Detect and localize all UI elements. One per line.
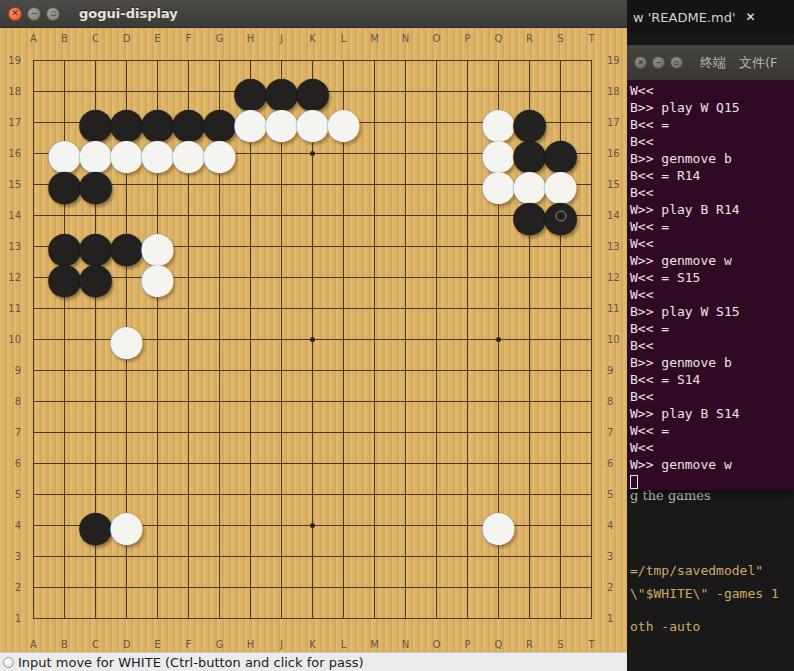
board-cell[interactable] [49, 355, 80, 386]
board-cell[interactable] [266, 572, 297, 603]
board-cell[interactable] [452, 603, 483, 634]
board-cell[interactable] [421, 45, 452, 76]
board-cell[interactable] [545, 76, 576, 107]
board-cell[interactable] [80, 45, 111, 76]
board-cell[interactable] [235, 603, 266, 634]
board-cell[interactable] [390, 231, 421, 262]
board-cell[interactable]: ● [328, 107, 359, 138]
board-cell[interactable] [390, 541, 421, 572]
board-cell[interactable] [452, 386, 483, 417]
board-cell[interactable] [235, 541, 266, 572]
board-cell[interactable] [18, 417, 49, 448]
board-cell[interactable] [266, 386, 297, 417]
board-cell[interactable] [204, 417, 235, 448]
board-cell[interactable] [173, 541, 204, 572]
board-cell[interactable] [266, 448, 297, 479]
board-cell[interactable] [328, 45, 359, 76]
board-cell[interactable]: ● [483, 510, 514, 541]
board-cell[interactable] [111, 417, 142, 448]
board-cell[interactable] [421, 386, 452, 417]
board-cell[interactable] [80, 541, 111, 572]
board-cell[interactable] [297, 572, 328, 603]
board-cell[interactable] [452, 76, 483, 107]
board-cell[interactable] [266, 603, 297, 634]
board-cell[interactable]: ● [111, 138, 142, 169]
board-cell[interactable] [545, 572, 576, 603]
board-cell[interactable] [328, 510, 359, 541]
board-cell[interactable] [576, 572, 607, 603]
board-cell[interactable] [421, 200, 452, 231]
board-cell[interactable]: ● [111, 324, 142, 355]
board-cell[interactable] [266, 324, 297, 355]
board-cell[interactable] [576, 45, 607, 76]
board-cell[interactable] [18, 603, 49, 634]
board-cell[interactable] [390, 262, 421, 293]
board-cell[interactable] [173, 572, 204, 603]
board-cell[interactable] [235, 293, 266, 324]
board-cell[interactable] [328, 541, 359, 572]
board-cell[interactable] [173, 324, 204, 355]
board-cell[interactable] [514, 572, 545, 603]
board-cell[interactable] [514, 417, 545, 448]
board-cell[interactable] [297, 541, 328, 572]
board-cell[interactable] [421, 448, 452, 479]
board-cell[interactable] [452, 45, 483, 76]
board-cell[interactable] [359, 541, 390, 572]
close-icon[interactable]: ✕ [634, 56, 647, 69]
board-cell[interactable] [483, 541, 514, 572]
board-cell[interactable] [173, 231, 204, 262]
board-cell[interactable] [204, 324, 235, 355]
board-cell[interactable] [266, 510, 297, 541]
close-icon[interactable]: ✕ [8, 7, 22, 21]
board-cell[interactable] [204, 541, 235, 572]
board-cell[interactable] [111, 386, 142, 417]
board-cell[interactable] [80, 293, 111, 324]
board-cell[interactable] [328, 603, 359, 634]
board-cell[interactable]: ● [235, 107, 266, 138]
board-cell[interactable] [142, 479, 173, 510]
board-cell[interactable] [18, 200, 49, 231]
board-cell[interactable] [49, 386, 80, 417]
board-cell[interactable] [204, 448, 235, 479]
board-cell[interactable] [328, 231, 359, 262]
board-cell[interactable] [18, 231, 49, 262]
board-cell[interactable] [297, 324, 328, 355]
board-cell[interactable] [80, 603, 111, 634]
board-cell[interactable] [545, 417, 576, 448]
board-cell[interactable] [142, 572, 173, 603]
board-cell[interactable]: ● [483, 169, 514, 200]
board-cell[interactable]: ● [49, 262, 80, 293]
minimize-icon[interactable]: − [27, 7, 41, 21]
terminal-output[interactable]: W<<B>> play W Q15B<< =B<<B>> genmove bB<… [627, 80, 794, 490]
board-cell[interactable] [390, 138, 421, 169]
maximize-icon[interactable]: ▫ [670, 56, 683, 69]
board-cell[interactable] [18, 45, 49, 76]
board-cell[interactable] [235, 324, 266, 355]
board-cell[interactable] [421, 293, 452, 324]
board-cell[interactable] [452, 355, 483, 386]
board-cell[interactable] [514, 231, 545, 262]
board-cell[interactable] [328, 355, 359, 386]
board-cell[interactable] [204, 510, 235, 541]
board-cell[interactable] [576, 355, 607, 386]
board-cell[interactable] [421, 572, 452, 603]
board-cell[interactable] [49, 510, 80, 541]
board-cell[interactable] [576, 262, 607, 293]
board-cell[interactable] [18, 293, 49, 324]
board-cell[interactable] [235, 386, 266, 417]
board-cell[interactable] [111, 572, 142, 603]
board-cell[interactable] [576, 510, 607, 541]
board-cell[interactable] [390, 324, 421, 355]
board-cell[interactable] [111, 448, 142, 479]
board-cell[interactable] [390, 107, 421, 138]
tab-close-icon[interactable]: ✕ [746, 10, 756, 24]
board-cell[interactable]: ● [173, 138, 204, 169]
board-cell[interactable] [18, 479, 49, 510]
board-cell[interactable] [390, 572, 421, 603]
board-cell[interactable] [18, 262, 49, 293]
board-cell[interactable] [359, 603, 390, 634]
board-cell[interactable] [80, 324, 111, 355]
board-cell[interactable] [483, 386, 514, 417]
board-cell[interactable] [328, 386, 359, 417]
board-cell[interactable] [328, 200, 359, 231]
board-cell[interactable] [173, 386, 204, 417]
board-cell[interactable] [514, 541, 545, 572]
board-cell[interactable] [173, 262, 204, 293]
board-cell[interactable] [173, 200, 204, 231]
board-cell[interactable] [545, 293, 576, 324]
board-cell[interactable] [266, 169, 297, 200]
board-cell[interactable] [452, 417, 483, 448]
board-cell[interactable] [266, 355, 297, 386]
board-cell[interactable] [18, 324, 49, 355]
board-cell[interactable] [266, 138, 297, 169]
board-cell[interactable]: ● [204, 138, 235, 169]
board-cell[interactable] [18, 76, 49, 107]
board-cell[interactable] [328, 448, 359, 479]
board-cell[interactable] [452, 479, 483, 510]
board-cell[interactable] [297, 417, 328, 448]
board-cell[interactable] [297, 231, 328, 262]
board-cell[interactable] [328, 262, 359, 293]
board-cell[interactable] [359, 262, 390, 293]
board-cell[interactable] [142, 541, 173, 572]
board-cell[interactable] [545, 510, 576, 541]
board-cell[interactable] [390, 479, 421, 510]
board-cell[interactable] [297, 386, 328, 417]
board-cell[interactable] [421, 262, 452, 293]
board-cell[interactable] [235, 417, 266, 448]
board-cell[interactable] [483, 355, 514, 386]
board-cell[interactable] [359, 448, 390, 479]
board-cell[interactable] [545, 355, 576, 386]
board-cell[interactable] [452, 138, 483, 169]
board-cell[interactable] [266, 417, 297, 448]
board-cell[interactable] [421, 479, 452, 510]
board-cell[interactable] [204, 386, 235, 417]
board-cell[interactable] [514, 262, 545, 293]
board-cell[interactable] [266, 231, 297, 262]
board-cell[interactable] [576, 479, 607, 510]
board-cell[interactable] [111, 45, 142, 76]
board-cell[interactable] [514, 324, 545, 355]
board-cell[interactable] [49, 603, 80, 634]
board-cell[interactable] [49, 76, 80, 107]
board-cell[interactable] [359, 231, 390, 262]
board-cell[interactable] [483, 324, 514, 355]
board-cell[interactable] [80, 417, 111, 448]
board-cell[interactable] [18, 169, 49, 200]
board-cell[interactable] [266, 541, 297, 572]
board-cell[interactable] [111, 169, 142, 200]
board-cell[interactable] [576, 76, 607, 107]
board-cell[interactable] [514, 293, 545, 324]
board-cell[interactable] [359, 76, 390, 107]
board-cell[interactable] [576, 107, 607, 138]
board-cell[interactable] [49, 541, 80, 572]
board-cell[interactable] [545, 262, 576, 293]
board-cell[interactable] [328, 572, 359, 603]
board-cell[interactable] [49, 293, 80, 324]
board-cell[interactable] [359, 417, 390, 448]
board-cell[interactable] [142, 324, 173, 355]
board-cell[interactable] [266, 200, 297, 231]
board-cell[interactable] [18, 541, 49, 572]
board-cell[interactable] [421, 169, 452, 200]
board-cell[interactable] [576, 293, 607, 324]
board-cell[interactable] [483, 417, 514, 448]
board-cell[interactable] [483, 262, 514, 293]
board-cell[interactable] [390, 293, 421, 324]
board-cell[interactable] [576, 200, 607, 231]
board-cell[interactable] [49, 417, 80, 448]
board-cell[interactable] [514, 45, 545, 76]
board-cell[interactable] [421, 603, 452, 634]
board-cell[interactable] [359, 45, 390, 76]
board-cell[interactable] [576, 138, 607, 169]
board-cell[interactable] [390, 355, 421, 386]
board-cell[interactable] [390, 603, 421, 634]
board-cell[interactable] [142, 169, 173, 200]
board-cell[interactable] [359, 107, 390, 138]
board-cell[interactable] [545, 448, 576, 479]
board-cell[interactable] [142, 386, 173, 417]
board-cell[interactable] [173, 479, 204, 510]
board-cell[interactable] [576, 169, 607, 200]
board-cell[interactable] [576, 603, 607, 634]
board-cell[interactable] [359, 510, 390, 541]
board-cell[interactable] [452, 231, 483, 262]
board-cell[interactable] [545, 603, 576, 634]
board-cell[interactable] [173, 293, 204, 324]
board-cell[interactable] [142, 45, 173, 76]
board-cell[interactable] [18, 107, 49, 138]
terminal-menu-file[interactable]: 文件(F [739, 54, 778, 72]
board-cell[interactable] [545, 479, 576, 510]
board-cell[interactable] [266, 479, 297, 510]
board-cell[interactable] [80, 448, 111, 479]
board-cell[interactable] [483, 231, 514, 262]
board-cell[interactable] [80, 572, 111, 603]
board-cell[interactable] [421, 510, 452, 541]
board-cell[interactable] [266, 293, 297, 324]
board-cell[interactable] [514, 386, 545, 417]
board-cell[interactable]: ● [80, 262, 111, 293]
board-cell[interactable] [297, 479, 328, 510]
board-cell[interactable] [390, 510, 421, 541]
gogui-titlebar[interactable]: ✕ − ▫ gogui-display [0, 0, 627, 28]
board-cell[interactable]: ● [80, 510, 111, 541]
board-cell[interactable] [204, 355, 235, 386]
board-cell[interactable] [359, 324, 390, 355]
board-cell[interactable] [390, 448, 421, 479]
board-cell[interactable] [235, 355, 266, 386]
board-cell[interactable]: ● [111, 510, 142, 541]
board-cell[interactable]: ● [297, 107, 328, 138]
board-cell[interactable] [204, 293, 235, 324]
board-cell[interactable] [514, 479, 545, 510]
board-cell[interactable] [483, 293, 514, 324]
board-cell[interactable] [390, 386, 421, 417]
board-cell[interactable] [483, 448, 514, 479]
board-cell[interactable] [483, 603, 514, 634]
board-cell[interactable] [390, 76, 421, 107]
board-cell[interactable] [452, 293, 483, 324]
board-cell[interactable] [328, 138, 359, 169]
board-cell[interactable] [235, 231, 266, 262]
board-cell[interactable]: ● [514, 200, 545, 231]
board-cell[interactable] [235, 200, 266, 231]
board-cell[interactable] [359, 386, 390, 417]
board-cell[interactable] [452, 541, 483, 572]
board-cell[interactable] [297, 200, 328, 231]
board-cell[interactable] [18, 138, 49, 169]
board-cell[interactable] [359, 479, 390, 510]
board-cell[interactable] [514, 355, 545, 386]
board-cell[interactable] [173, 448, 204, 479]
board-cell[interactable] [49, 45, 80, 76]
board-cell[interactable] [297, 510, 328, 541]
board-cell[interactable] [421, 76, 452, 107]
board-cell[interactable] [545, 541, 576, 572]
board-cell[interactable] [173, 45, 204, 76]
board-cell[interactable] [452, 510, 483, 541]
board-cell[interactable] [235, 262, 266, 293]
board-cell[interactable] [390, 200, 421, 231]
board-cell[interactable] [545, 231, 576, 262]
board-cell[interactable] [328, 324, 359, 355]
board-cell[interactable] [204, 603, 235, 634]
board-cell[interactable] [328, 293, 359, 324]
terminal-titlebar[interactable]: ✕ − ▫ 终端 文件(F [627, 45, 794, 80]
board-cell[interactable] [452, 262, 483, 293]
board-cell[interactable] [235, 169, 266, 200]
board-cell[interactable] [483, 200, 514, 231]
board-cell[interactable] [18, 510, 49, 541]
minimize-icon[interactable]: − [652, 56, 665, 69]
board-cell[interactable] [204, 45, 235, 76]
board-cell[interactable] [452, 324, 483, 355]
board-cell[interactable] [173, 603, 204, 634]
board-cell[interactable] [111, 262, 142, 293]
board-cell[interactable] [421, 107, 452, 138]
board-cell[interactable] [328, 169, 359, 200]
board-cell[interactable] [142, 448, 173, 479]
board-cell[interactable] [576, 386, 607, 417]
board-cell[interactable] [514, 603, 545, 634]
board-cell[interactable] [18, 355, 49, 386]
board-cell[interactable] [359, 200, 390, 231]
board-cell[interactable] [390, 45, 421, 76]
board-cell[interactable] [173, 417, 204, 448]
board-cell[interactable]: ● [142, 262, 173, 293]
maximize-icon[interactable]: ▫ [46, 7, 60, 21]
board-cell[interactable]: ● [266, 107, 297, 138]
board-cell[interactable] [235, 448, 266, 479]
board-cell[interactable] [359, 293, 390, 324]
board-cell[interactable] [452, 107, 483, 138]
board-cell[interactable] [514, 510, 545, 541]
board-cell[interactable] [266, 262, 297, 293]
board-cell[interactable]: ● [49, 169, 80, 200]
board-cell[interactable] [142, 603, 173, 634]
board-cell[interactable] [421, 324, 452, 355]
board-cell[interactable] [49, 448, 80, 479]
board-cell[interactable] [328, 417, 359, 448]
board-cell[interactable] [173, 169, 204, 200]
board-cell[interactable] [359, 169, 390, 200]
board-cell[interactable] [390, 169, 421, 200]
board-cell[interactable] [297, 448, 328, 479]
board-cell[interactable] [142, 417, 173, 448]
board-cell[interactable] [204, 169, 235, 200]
editor-tab-readme[interactable]: w 'README.md' [633, 10, 736, 25]
board-cell[interactable] [18, 448, 49, 479]
board-cell[interactable] [483, 45, 514, 76]
board-cell[interactable] [421, 417, 452, 448]
board-cell[interactable]: ● [111, 231, 142, 262]
board-cell[interactable] [452, 448, 483, 479]
board-cell[interactable] [173, 355, 204, 386]
board-cell[interactable] [421, 355, 452, 386]
board-cell[interactable] [297, 603, 328, 634]
board-cell[interactable] [235, 138, 266, 169]
board-cell[interactable] [49, 479, 80, 510]
board-cell[interactable] [204, 479, 235, 510]
board-cell[interactable] [483, 572, 514, 603]
board-cell[interactable] [545, 324, 576, 355]
board-cell[interactable] [545, 386, 576, 417]
board-cell[interactable] [204, 572, 235, 603]
board-cell[interactable] [142, 293, 173, 324]
board-cell[interactable] [514, 448, 545, 479]
board-cell[interactable] [576, 231, 607, 262]
board-cell[interactable] [111, 603, 142, 634]
board-cell[interactable] [390, 417, 421, 448]
board-cell[interactable] [452, 169, 483, 200]
board-cell[interactable] [235, 510, 266, 541]
board-cell[interactable] [545, 45, 576, 76]
board-cell[interactable] [359, 355, 390, 386]
board-cell[interactable] [359, 138, 390, 169]
board-cell[interactable]: ● [80, 169, 111, 200]
board-cell[interactable] [576, 448, 607, 479]
board-cell[interactable] [297, 355, 328, 386]
